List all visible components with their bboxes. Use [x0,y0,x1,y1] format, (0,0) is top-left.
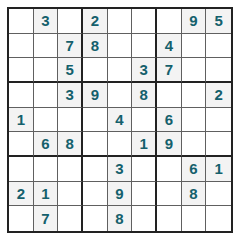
cell-r1c8[interactable]: 9 [182,9,207,34]
cell-r6c3[interactable]: 8 [58,132,83,157]
cell-r3c1[interactable] [9,58,34,83]
cell-r7c7[interactable] [157,157,182,182]
sudoku-page: 329578453739821466819361219878 [0,0,240,240]
cell-r2c3[interactable]: 7 [58,34,83,59]
cell-r8c3[interactable] [58,182,83,207]
cell-r9c2[interactable]: 7 [34,206,59,231]
cell-r8c4[interactable] [83,182,108,207]
cell-r2c5[interactable] [108,34,133,59]
cell-r1c7[interactable] [157,9,182,34]
cell-r9c7[interactable] [157,206,182,231]
cell-r2c2[interactable] [34,34,59,59]
cell-r1c6[interactable] [132,9,157,34]
cell-r3c5[interactable] [108,58,133,83]
cell-r7c5[interactable]: 3 [108,157,133,182]
cell-r8c5[interactable]: 9 [108,182,133,207]
cell-r2c7[interactable]: 4 [157,34,182,59]
cell-r6c4[interactable] [83,132,108,157]
cell-r7c1[interactable] [9,157,34,182]
cell-r4c8[interactable] [182,83,207,108]
cell-r9c9[interactable] [206,206,231,231]
cell-r4c5[interactable] [108,83,133,108]
cell-r7c4[interactable] [83,157,108,182]
cell-r5c3[interactable] [58,108,83,133]
cell-r5c2[interactable] [34,108,59,133]
cell-r3c9[interactable] [206,58,231,83]
cell-r5c9[interactable] [206,108,231,133]
cell-r2c4[interactable]: 8 [83,34,108,59]
cell-r8c6[interactable] [132,182,157,207]
cell-r7c8[interactable]: 6 [182,157,207,182]
cell-r4c1[interactable] [9,83,34,108]
cell-r1c9[interactable]: 5 [206,9,231,34]
cell-r7c2[interactable] [34,157,59,182]
cell-r8c2[interactable]: 1 [34,182,59,207]
cell-r7c3[interactable] [58,157,83,182]
cell-r6c1[interactable] [9,132,34,157]
cell-r4c3[interactable]: 3 [58,83,83,108]
cell-r5c6[interactable] [132,108,157,133]
cell-r5c4[interactable] [83,108,108,133]
cell-r1c2[interactable]: 3 [34,9,59,34]
cell-r3c6[interactable]: 3 [132,58,157,83]
cell-r6c7[interactable]: 9 [157,132,182,157]
cell-r1c5[interactable] [108,9,133,34]
cell-r6c2[interactable]: 6 [34,132,59,157]
cell-r3c4[interactable] [83,58,108,83]
cell-r8c7[interactable] [157,182,182,207]
cell-r9c4[interactable] [83,206,108,231]
cell-r2c6[interactable] [132,34,157,59]
cell-r3c2[interactable] [34,58,59,83]
cell-r6c8[interactable] [182,132,207,157]
cell-r5c1[interactable]: 1 [9,108,34,133]
cell-r6c9[interactable] [206,132,231,157]
cell-r1c1[interactable] [9,9,34,34]
cell-r2c1[interactable] [9,34,34,59]
cell-r4c2[interactable] [34,83,59,108]
cell-r8c1[interactable]: 2 [9,182,34,207]
cell-r3c8[interactable] [182,58,207,83]
cell-r5c8[interactable] [182,108,207,133]
cell-r9c6[interactable] [132,206,157,231]
cell-r8c8[interactable]: 8 [182,182,207,207]
cell-r4c4[interactable]: 9 [83,83,108,108]
cell-r6c5[interactable] [108,132,133,157]
cell-r6c6[interactable]: 1 [132,132,157,157]
cell-r7c6[interactable] [132,157,157,182]
cell-r8c9[interactable] [206,182,231,207]
cell-r4c9[interactable]: 2 [206,83,231,108]
cell-r2c8[interactable] [182,34,207,59]
cell-r3c7[interactable]: 7 [157,58,182,83]
cell-r9c8[interactable] [182,206,207,231]
cell-r3c3[interactable]: 5 [58,58,83,83]
cell-r2c9[interactable] [206,34,231,59]
cell-r5c5[interactable]: 4 [108,108,133,133]
cell-r9c5[interactable]: 8 [108,206,133,231]
cell-r7c9[interactable]: 1 [206,157,231,182]
cell-r9c1[interactable] [9,206,34,231]
cell-r5c7[interactable]: 6 [157,108,182,133]
sudoku-board: 329578453739821466819361219878 [7,7,233,233]
cell-r4c6[interactable]: 8 [132,83,157,108]
cell-r4c7[interactable] [157,83,182,108]
cell-r1c3[interactable] [58,9,83,34]
cell-r9c3[interactable] [58,206,83,231]
cell-r1c4[interactable]: 2 [83,9,108,34]
